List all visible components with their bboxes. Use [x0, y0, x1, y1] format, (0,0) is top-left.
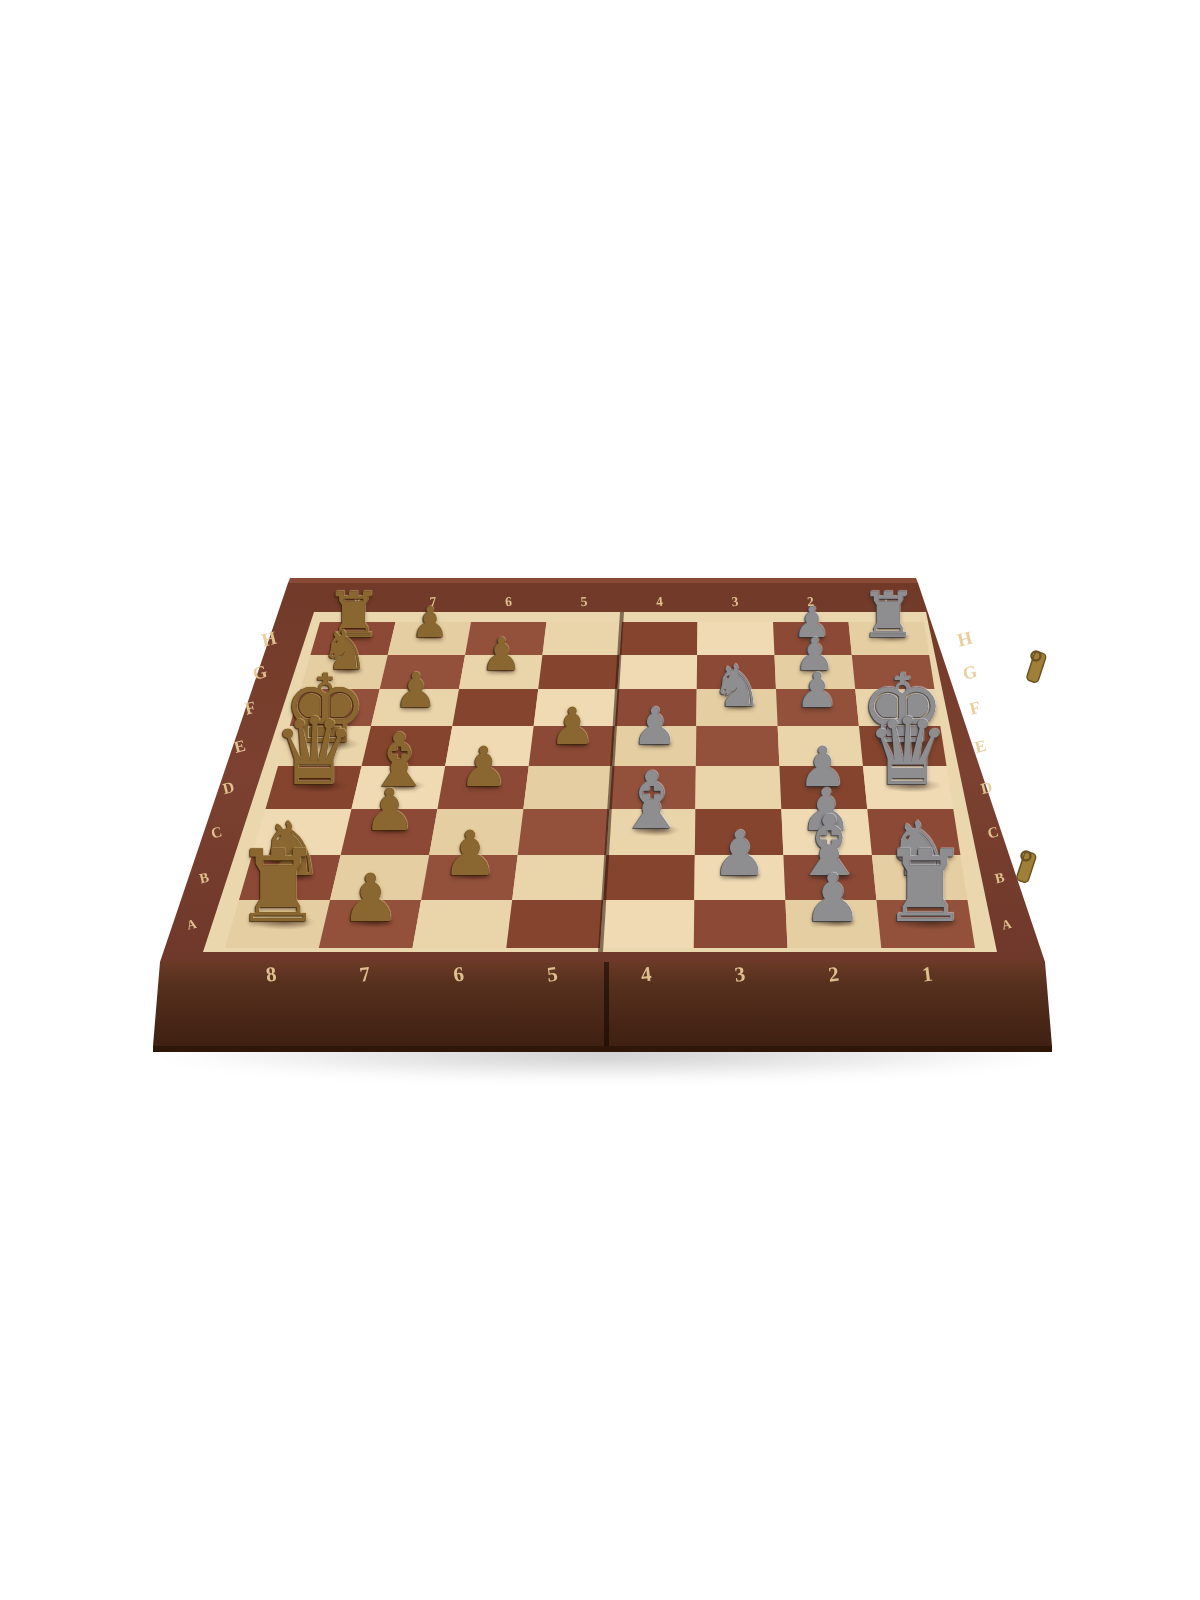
piece-black-queen-d8[interactable]: ♛ — [272, 706, 355, 799]
piece-black-pawn-a7[interactable]: ♟ — [341, 866, 400, 932]
piece-white-queen-d1[interactable]: ♛ — [866, 706, 949, 799]
piece-black-pawn-d6[interactable]: ♟ — [459, 739, 508, 794]
piece-black-pawn-f7[interactable]: ♟ — [394, 665, 437, 713]
piece-black-pawn-g6[interactable]: ♟ — [481, 632, 521, 677]
pieces-layer: ♜♟♟♜♞♟♟♟♞♟♚♟♟♚♛♝♟♟♛♟♝♟♞♟♟♝♞♜♟♟♜ — [0, 0, 1200, 1600]
piece-black-pawn-h7[interactable]: ♟ — [411, 602, 449, 644]
piece-white-rook-h1[interactable]: ♜ — [860, 583, 916, 646]
piece-black-pawn-b6[interactable]: ♟ — [442, 823, 498, 885]
piece-black-pawn-e5[interactable]: ♟ — [550, 701, 596, 752]
piece-white-pawn-f2[interactable]: ♟ — [795, 665, 838, 713]
piece-white-knight-f3[interactable]: ♞ — [711, 656, 763, 714]
piece-black-rook-a8[interactable]: ♜ — [234, 837, 323, 936]
piece-white-pawn-b3[interactable]: ♟ — [712, 823, 768, 885]
piece-white-pawn-a2[interactable]: ♟ — [803, 866, 862, 932]
piece-white-pawn-e4[interactable]: ♟ — [632, 701, 678, 752]
chess-board-scene: 8877665544332211HHGGFFEEDDCCBBAA ♜♟♟♜♞♟♟… — [0, 0, 1200, 1600]
piece-black-pawn-c7[interactable]: ♟ — [364, 781, 416, 839]
piece-white-rook-a1[interactable]: ♜ — [881, 837, 970, 936]
piece-white-bishop-c4[interactable]: ♝ — [616, 762, 687, 841]
